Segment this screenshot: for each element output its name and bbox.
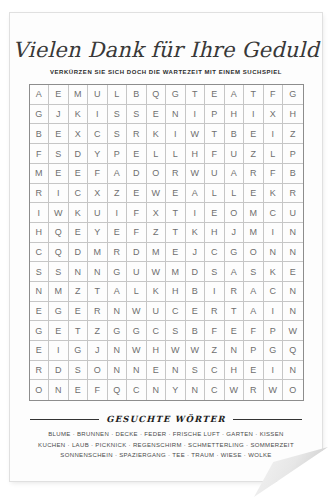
grid-cell[interactable]: Q bbox=[147, 85, 167, 105]
grid-cell[interactable]: Z bbox=[88, 321, 108, 341]
grid-cell[interactable]: S bbox=[49, 262, 69, 282]
grid-cell[interactable]: T bbox=[225, 302, 245, 322]
grid-cell[interactable]: O bbox=[225, 203, 245, 223]
page-background: Vielen Dank für Ihre Geduld VERKÜRZEN SI… bbox=[0, 0, 333, 500]
grid-cell[interactable]: N bbox=[186, 380, 206, 400]
grid-cell[interactable]: Z bbox=[244, 144, 264, 164]
grid-cell[interactable]: A bbox=[244, 302, 264, 322]
grid-cell[interactable]: L bbox=[225, 184, 245, 204]
grid-cell[interactable]: B bbox=[186, 321, 206, 341]
grid-cell[interactable]: O bbox=[244, 243, 264, 263]
grid-cell[interactable]: N bbox=[283, 302, 303, 322]
grid-cell[interactable]: N bbox=[147, 380, 167, 400]
grid-cell[interactable]: C bbox=[264, 282, 284, 302]
grid-cell[interactable]: R bbox=[225, 282, 245, 302]
word-list-line: SONNENSCHEIN · SPAZIERGANG · TEE · TRAUM… bbox=[10, 450, 322, 461]
grid-cell[interactable]: F bbox=[264, 85, 284, 105]
grid-cell[interactable]: W bbox=[127, 341, 147, 361]
grid-cell[interactable]: L bbox=[127, 282, 147, 302]
grid-cell[interactable]: E bbox=[49, 85, 69, 105]
grid-cell[interactable]: C bbox=[88, 124, 108, 144]
grid-cell[interactable]: N bbox=[127, 361, 147, 381]
subtitle: VERKÜRZEN SIE SICH DOCH DIE WARTEZEIT MI… bbox=[10, 69, 322, 75]
grid-cell[interactable]: K bbox=[186, 223, 206, 243]
grid-cell[interactable]: X bbox=[69, 124, 89, 144]
grid-cell[interactable]: M bbox=[30, 164, 50, 184]
grid-cell[interactable]: D bbox=[69, 243, 89, 263]
grid-cell[interactable]: C bbox=[69, 184, 89, 204]
grid-cell[interactable]: Q bbox=[49, 223, 69, 243]
grid-cell[interactable]: Z bbox=[205, 341, 225, 361]
grid-cell[interactable]: W bbox=[186, 164, 206, 184]
grid-cell[interactable]: G bbox=[108, 321, 128, 341]
grid-cell[interactable]: E bbox=[69, 302, 89, 322]
grid-cell[interactable]: B bbox=[127, 85, 147, 105]
grid-cell[interactable]: A bbox=[244, 282, 264, 302]
grid-cell[interactable]: K bbox=[69, 105, 89, 125]
grid-cell[interactable]: G bbox=[108, 262, 128, 282]
grid-cell[interactable]: S bbox=[244, 262, 264, 282]
grid-cell[interactable]: Z bbox=[69, 282, 89, 302]
grid-cell[interactable]: Q bbox=[49, 243, 69, 263]
grid-cell[interactable]: F bbox=[205, 144, 225, 164]
grid-cell[interactable]: M bbox=[244, 223, 264, 243]
grid-cell[interactable]: I bbox=[205, 282, 225, 302]
grid-cell[interactable]: N bbox=[108, 302, 128, 322]
grid-cell[interactable]: W bbox=[147, 262, 167, 282]
grid-cell[interactable]: C bbox=[205, 380, 225, 400]
grid-cell[interactable]: N bbox=[283, 282, 303, 302]
words-heading-row: GESUCHTE WÖRTER bbox=[30, 414, 302, 424]
grid-cell[interactable]: E bbox=[49, 164, 69, 184]
grid-cell[interactable]: J bbox=[88, 341, 108, 361]
grid-cell[interactable]: E bbox=[108, 223, 128, 243]
grid-cell[interactable]: A bbox=[225, 262, 245, 282]
grid-cell[interactable]: U bbox=[225, 144, 245, 164]
grid-cell[interactable]: M bbox=[147, 243, 167, 263]
grid-cell[interactable]: N bbox=[108, 341, 128, 361]
grid-cell[interactable]: H bbox=[166, 282, 186, 302]
grid-cell[interactable]: L bbox=[264, 144, 284, 164]
grid-cell[interactable]: E bbox=[225, 321, 245, 341]
grid-cell[interactable]: I bbox=[264, 223, 284, 243]
page-title: Vielen Dank für Ihre Geduld bbox=[10, 39, 322, 62]
grid-cell[interactable]: C bbox=[30, 243, 50, 263]
grid-cell[interactable]: S bbox=[108, 105, 128, 125]
grid-cell[interactable]: K bbox=[264, 184, 284, 204]
grid-cell[interactable]: M bbox=[88, 243, 108, 263]
grid-cell[interactable]: P bbox=[205, 105, 225, 125]
grid-cell[interactable]: C bbox=[127, 380, 147, 400]
grid-cell[interactable]: E bbox=[69, 164, 89, 184]
grid-cell[interactable]: M bbox=[244, 203, 264, 223]
grid-cell[interactable]: E bbox=[244, 124, 264, 144]
grid-cell[interactable]: I bbox=[264, 124, 284, 144]
grid-cell[interactable]: M bbox=[166, 262, 186, 282]
grid-cell[interactable]: U bbox=[205, 164, 225, 184]
grid-cell[interactable]: Y bbox=[166, 380, 186, 400]
grid-cell[interactable]: N bbox=[283, 361, 303, 381]
grid-cell[interactable]: S bbox=[186, 361, 206, 381]
grid-cell[interactable]: A bbox=[186, 184, 206, 204]
word-search-grid: AEMULBQGTEATFGGJKISSENIPHIXHBEXCSRKIWTBE… bbox=[29, 84, 304, 401]
grid-cell[interactable]: K bbox=[264, 262, 284, 282]
grid-cell[interactable]: F bbox=[244, 321, 264, 341]
grid-cell[interactable]: U bbox=[127, 262, 147, 282]
grid-cell[interactable]: W bbox=[147, 184, 167, 204]
grid-cell[interactable]: L bbox=[147, 144, 167, 164]
grid-cell[interactable]: K bbox=[69, 203, 89, 223]
grid-cell[interactable]: Z bbox=[108, 184, 128, 204]
grid-cell[interactable]: D bbox=[49, 361, 69, 381]
grid-cell[interactable]: G bbox=[30, 321, 50, 341]
grid-cell[interactable]: M bbox=[49, 282, 69, 302]
grid-cell[interactable]: E bbox=[69, 223, 89, 243]
grid-cell[interactable]: H bbox=[186, 144, 206, 164]
grid-cell[interactable]: H bbox=[30, 223, 50, 243]
grid-cell[interactable]: T bbox=[205, 124, 225, 144]
grid-cell[interactable]: E bbox=[49, 321, 69, 341]
grid-cell[interactable]: E bbox=[283, 262, 303, 282]
grid-cell[interactable]: Y bbox=[88, 223, 108, 243]
grid-cell[interactable]: U bbox=[88, 85, 108, 105]
grid-cell[interactable]: G bbox=[49, 302, 69, 322]
grid-cell[interactable]: L bbox=[205, 184, 225, 204]
grid-cell[interactable]: W bbox=[127, 302, 147, 322]
heading-rule-right bbox=[233, 419, 302, 420]
grid-cell[interactable]: E bbox=[205, 85, 225, 105]
grid-cell[interactable]: N bbox=[166, 361, 186, 381]
grid-cell[interactable]: C bbox=[166, 302, 186, 322]
grid-cell[interactable]: T bbox=[244, 85, 264, 105]
grid-cell[interactable]: F bbox=[88, 380, 108, 400]
grid-cell[interactable]: H bbox=[283, 105, 303, 125]
grid-cell[interactable]: G bbox=[225, 243, 245, 263]
word-list: BLUME · BRUNNEN · DECKE · FEDER · FRISCH… bbox=[10, 429, 322, 461]
grid-cell[interactable]: I bbox=[264, 302, 284, 322]
grid-cell[interactable]: X bbox=[147, 203, 167, 223]
grid-cell[interactable]: G bbox=[69, 341, 89, 361]
grid-cell[interactable]: C bbox=[147, 321, 167, 341]
grid-cell[interactable]: R bbox=[30, 361, 50, 381]
grid-cell[interactable]: A bbox=[108, 164, 128, 184]
grid-cell[interactable]: E bbox=[166, 184, 186, 204]
grid-cell[interactable]: E bbox=[244, 184, 264, 204]
grid-cell[interactable]: O bbox=[147, 164, 167, 184]
grid-cell[interactable]: W bbox=[49, 203, 69, 223]
word-list-line: KUCHEN · LAUB · PICKNICK · REGENSCHIRM ·… bbox=[10, 440, 322, 451]
grid-cell[interactable]: E bbox=[186, 302, 206, 322]
grid-cell[interactable]: E bbox=[69, 380, 89, 400]
grid-cell[interactable]: D bbox=[127, 243, 147, 263]
grid-cell[interactable]: N bbox=[166, 105, 186, 125]
grid-cell[interactable]: N bbox=[88, 262, 108, 282]
grid-cell[interactable]: G bbox=[264, 341, 284, 361]
grid-cell[interactable]: I bbox=[264, 361, 284, 381]
grid-cell[interactable]: B bbox=[225, 124, 245, 144]
grid-cell[interactable]: I bbox=[244, 105, 264, 125]
grid-cell[interactable]: I bbox=[88, 105, 108, 125]
grid-cell[interactable]: T bbox=[186, 85, 206, 105]
grid-cell[interactable]: B bbox=[186, 282, 206, 302]
grid-cell[interactable]: R bbox=[88, 302, 108, 322]
grid-cell[interactable]: F bbox=[30, 144, 50, 164]
grid-cell[interactable]: R bbox=[244, 380, 264, 400]
grid-cell[interactable]: G bbox=[166, 85, 186, 105]
grid-cell[interactable]: L bbox=[108, 85, 128, 105]
grid-cell[interactable]: G bbox=[283, 85, 303, 105]
grid-cell[interactable]: P bbox=[264, 321, 284, 341]
words-heading: GESUCHTE WÖRTER bbox=[106, 414, 226, 424]
grid-cell[interactable]: A bbox=[108, 282, 128, 302]
grid-cell[interactable]: N bbox=[283, 223, 303, 243]
grid-cell[interactable]: F bbox=[264, 164, 284, 184]
grid-cell[interactable]: E bbox=[205, 203, 225, 223]
grid-cell[interactable]: Q bbox=[108, 380, 128, 400]
grid-cell[interactable]: E bbox=[166, 243, 186, 263]
word-list-line: BLUME · BRUNNEN · DECKE · FEDER · FRISCH… bbox=[10, 429, 322, 440]
grid-cell[interactable]: I bbox=[49, 184, 69, 204]
grid-cell[interactable]: S bbox=[69, 361, 89, 381]
grid-cell[interactable]: U bbox=[283, 203, 303, 223]
grid-cell[interactable]: C bbox=[205, 361, 225, 381]
grid-cell[interactable]: E bbox=[127, 184, 147, 204]
grid-cell[interactable]: T bbox=[69, 321, 89, 341]
grid-cell[interactable]: I bbox=[186, 105, 206, 125]
grid-cell[interactable]: B bbox=[30, 124, 50, 144]
grid-cell[interactable]: S bbox=[205, 262, 225, 282]
grid-cell[interactable]: N bbox=[30, 282, 50, 302]
grid-cell[interactable]: H bbox=[147, 341, 167, 361]
grid-cell[interactable]: A bbox=[30, 85, 50, 105]
grid-cell[interactable]: J bbox=[225, 223, 245, 243]
grid-cell[interactable]: I bbox=[186, 203, 206, 223]
grid-cell[interactable]: D bbox=[127, 164, 147, 184]
heading-rule-left bbox=[30, 419, 99, 420]
grid-cell[interactable]: I bbox=[49, 341, 69, 361]
grid-cell[interactable]: F bbox=[127, 203, 147, 223]
grid-cell[interactable]: R bbox=[127, 124, 147, 144]
grid-cell[interactable]: R bbox=[108, 243, 128, 263]
grid-cell[interactable]: E bbox=[49, 124, 69, 144]
grid-cell[interactable]: H bbox=[225, 105, 245, 125]
grid-cell[interactable]: K bbox=[147, 282, 167, 302]
grid-cell[interactable]: T bbox=[88, 282, 108, 302]
grid-cell[interactable]: G bbox=[30, 105, 50, 125]
grid-cell[interactable]: Z bbox=[147, 223, 167, 243]
grid-cell[interactable]: T bbox=[166, 203, 186, 223]
grid-cell[interactable]: Z bbox=[283, 124, 303, 144]
grid-cell[interactable]: C bbox=[205, 243, 225, 263]
grid-cell[interactable]: D bbox=[186, 262, 206, 282]
grid-cell[interactable]: N bbox=[49, 380, 69, 400]
grid-cell[interactable]: Y bbox=[88, 144, 108, 164]
grid-cell[interactable]: R bbox=[244, 164, 264, 184]
grid-cell[interactable]: O bbox=[88, 361, 108, 381]
grid-cell[interactable]: Q bbox=[283, 341, 303, 361]
poster: Vielen Dank für Ihre Geduld VERKÜRZEN SI… bbox=[10, 13, 322, 481]
grid-cell[interactable]: W bbox=[283, 321, 303, 341]
grid-cell[interactable]: L bbox=[166, 144, 186, 164]
grid-cell[interactable]: N bbox=[225, 341, 245, 361]
grid-cell[interactable]: J bbox=[49, 105, 69, 125]
grid-cell[interactable]: N bbox=[69, 262, 89, 282]
grid-cell[interactable]: I bbox=[166, 124, 186, 144]
grid-cell[interactable]: J bbox=[186, 243, 206, 263]
grid-cell[interactable]: F bbox=[205, 321, 225, 341]
grid-cell[interactable]: H bbox=[225, 361, 245, 381]
grid-cell[interactable]: W bbox=[225, 380, 245, 400]
grid-cell[interactable]: A bbox=[225, 85, 245, 105]
grid-cell[interactable]: W bbox=[166, 341, 186, 361]
grid-cell[interactable]: K bbox=[147, 124, 167, 144]
grid-cell[interactable]: G bbox=[127, 321, 147, 341]
grid-cell[interactable]: R bbox=[166, 164, 186, 184]
grid-cell[interactable]: P bbox=[283, 144, 303, 164]
grid-cell[interactable]: R bbox=[283, 184, 303, 204]
grid-cell[interactable]: S bbox=[108, 124, 128, 144]
grid-cell[interactable]: E bbox=[30, 341, 50, 361]
grid-cell[interactable]: N bbox=[283, 243, 303, 263]
grid-cell[interactable]: N bbox=[108, 361, 128, 381]
grid-cell[interactable]: X bbox=[264, 105, 284, 125]
grid-cell[interactable]: T bbox=[166, 223, 186, 243]
grid-cell[interactable]: W bbox=[186, 341, 206, 361]
grid-cell[interactable]: N bbox=[264, 243, 284, 263]
grid-cell[interactable]: E bbox=[147, 105, 167, 125]
grid-cell[interactable]: H bbox=[205, 223, 225, 243]
grid-cell[interactable]: E bbox=[30, 302, 50, 322]
grid-cell[interactable]: O bbox=[30, 380, 50, 400]
grid-cell[interactable]: I bbox=[30, 203, 50, 223]
grid-cell[interactable]: U bbox=[88, 203, 108, 223]
grid-cell[interactable]: S bbox=[127, 105, 147, 125]
grid-cell[interactable]: S bbox=[49, 144, 69, 164]
grid-cell[interactable]: O bbox=[283, 380, 303, 400]
grid-cell[interactable]: W bbox=[186, 124, 206, 144]
grid-cell[interactable]: A bbox=[225, 164, 245, 184]
grid-cell[interactable]: C bbox=[264, 203, 284, 223]
grid-cell[interactable]: S bbox=[166, 321, 186, 341]
grid-cell[interactable]: S bbox=[30, 262, 50, 282]
grid-cell[interactable]: R bbox=[205, 302, 225, 322]
grid-cell[interactable]: R bbox=[30, 184, 50, 204]
grid-cell[interactable]: E bbox=[147, 361, 167, 381]
grid-cell[interactable]: B bbox=[283, 164, 303, 184]
grid-cell[interactable]: E bbox=[127, 144, 147, 164]
grid-cell[interactable]: D bbox=[69, 144, 89, 164]
grid-cell[interactable]: X bbox=[88, 184, 108, 204]
grid-cell[interactable]: I bbox=[108, 203, 128, 223]
grid-cell[interactable]: E bbox=[244, 361, 264, 381]
grid-cell[interactable]: F bbox=[127, 223, 147, 243]
grid-cell[interactable]: M bbox=[69, 85, 89, 105]
grid-cell[interactable]: U bbox=[147, 302, 167, 322]
grid-cell[interactable]: W bbox=[264, 380, 284, 400]
grid-cell[interactable]: F bbox=[88, 164, 108, 184]
grid-cell[interactable]: P bbox=[244, 341, 264, 361]
grid-cell[interactable]: P bbox=[108, 144, 128, 164]
